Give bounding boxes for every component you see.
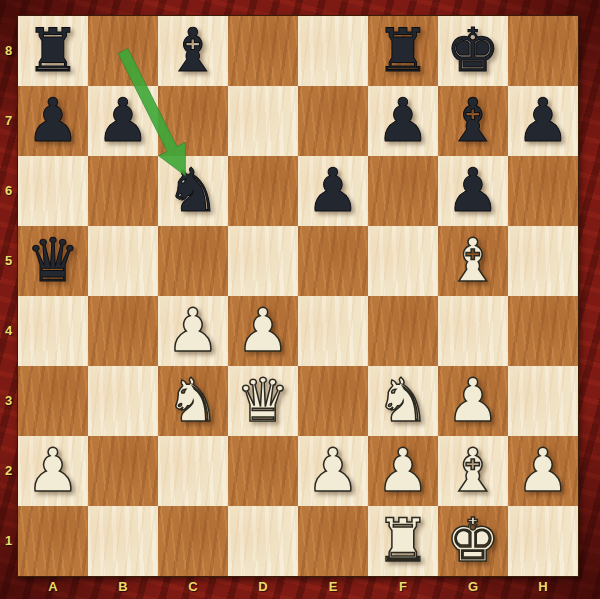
square-f6[interactable] (368, 156, 438, 226)
rank-label-6: 6 (0, 156, 17, 226)
square-f1[interactable]: ♜ (368, 506, 438, 576)
square-g8[interactable]: ♚ (438, 16, 508, 86)
square-c4[interactable]: ♟ (158, 296, 228, 366)
square-d6[interactable] (228, 156, 298, 226)
piece-white-rook[interactable]: ♜ (368, 506, 438, 576)
square-d2[interactable] (228, 436, 298, 506)
square-f4[interactable] (368, 296, 438, 366)
piece-black-pawn[interactable]: ♟ (18, 86, 88, 156)
square-e7[interactable] (298, 86, 368, 156)
square-c2[interactable] (158, 436, 228, 506)
piece-black-rook[interactable]: ♜ (18, 16, 88, 86)
piece-black-bishop[interactable]: ♝ (158, 16, 228, 86)
piece-black-queen[interactable]: ♛ (18, 226, 88, 296)
piece-white-king[interactable]: ♚ (438, 506, 508, 576)
rank-label-4: 4 (0, 296, 17, 366)
piece-white-knight[interactable]: ♞ (368, 366, 438, 436)
file-label-e: E (298, 577, 368, 599)
square-f3[interactable]: ♞ (368, 366, 438, 436)
square-g2[interactable]: ♝ (438, 436, 508, 506)
square-h5[interactable] (508, 226, 578, 296)
square-e1[interactable] (298, 506, 368, 576)
square-d7[interactable] (228, 86, 298, 156)
square-g6[interactable]: ♟ (438, 156, 508, 226)
square-g5[interactable]: ♝ (438, 226, 508, 296)
square-e4[interactable] (298, 296, 368, 366)
piece-white-pawn[interactable]: ♟ (438, 366, 508, 436)
rank-label-1: 1 (0, 506, 17, 576)
square-b4[interactable] (88, 296, 158, 366)
square-c7[interactable] (158, 86, 228, 156)
square-d1[interactable] (228, 506, 298, 576)
square-c1[interactable] (158, 506, 228, 576)
square-e5[interactable] (298, 226, 368, 296)
square-g4[interactable] (438, 296, 508, 366)
square-a2[interactable]: ♟ (18, 436, 88, 506)
rank-label-8: 8 (0, 16, 17, 86)
piece-white-bishop[interactable]: ♝ (438, 226, 508, 296)
file-label-h: H (508, 577, 578, 599)
square-a7[interactable]: ♟ (18, 86, 88, 156)
piece-white-queen[interactable]: ♛ (228, 366, 298, 436)
piece-black-pawn[interactable]: ♟ (508, 86, 578, 156)
piece-black-king[interactable]: ♚ (438, 16, 508, 86)
square-h1[interactable] (508, 506, 578, 576)
square-a5[interactable]: ♛ (18, 226, 88, 296)
square-a6[interactable] (18, 156, 88, 226)
square-f8[interactable]: ♜ (368, 16, 438, 86)
piece-black-rook[interactable]: ♜ (368, 16, 438, 86)
square-e8[interactable] (298, 16, 368, 86)
square-h3[interactable] (508, 366, 578, 436)
square-h8[interactable] (508, 16, 578, 86)
square-b1[interactable] (88, 506, 158, 576)
piece-black-pawn[interactable]: ♟ (368, 86, 438, 156)
piece-white-pawn[interactable]: ♟ (228, 296, 298, 366)
square-a8[interactable]: ♜ (18, 16, 88, 86)
square-h2[interactable]: ♟ (508, 436, 578, 506)
piece-black-pawn[interactable]: ♟ (298, 156, 368, 226)
square-h7[interactable]: ♟ (508, 86, 578, 156)
square-e6[interactable]: ♟ (298, 156, 368, 226)
rank-label-3: 3 (0, 366, 17, 436)
file-label-d: D (228, 577, 298, 599)
piece-black-pawn[interactable]: ♟ (438, 156, 508, 226)
square-b3[interactable] (88, 366, 158, 436)
square-b2[interactable] (88, 436, 158, 506)
piece-white-pawn[interactable]: ♟ (298, 436, 368, 506)
square-a3[interactable] (18, 366, 88, 436)
rank-label-2: 2 (0, 436, 17, 506)
file-label-b: B (88, 577, 158, 599)
board-frame: ♜♝♜♚♟♟♟♝♟♞♟♟♛♝♟♟♞♛♞♟♟♟♟♝♟♜♚ 87654321ABCD… (0, 0, 600, 599)
piece-black-pawn[interactable]: ♟ (88, 86, 158, 156)
square-f7[interactable]: ♟ (368, 86, 438, 156)
piece-black-knight[interactable]: ♞ (158, 156, 228, 226)
square-d3[interactable]: ♛ (228, 366, 298, 436)
square-b6[interactable] (88, 156, 158, 226)
square-e2[interactable]: ♟ (298, 436, 368, 506)
square-c8[interactable]: ♝ (158, 16, 228, 86)
rank-label-5: 5 (0, 226, 17, 296)
square-h4[interactable] (508, 296, 578, 366)
piece-white-knight[interactable]: ♞ (158, 366, 228, 436)
square-d4[interactable]: ♟ (228, 296, 298, 366)
square-b7[interactable]: ♟ (88, 86, 158, 156)
square-d5[interactable] (228, 226, 298, 296)
file-label-g: G (438, 577, 508, 599)
square-d8[interactable] (228, 16, 298, 86)
rank-label-7: 7 (0, 86, 17, 156)
square-b5[interactable] (88, 226, 158, 296)
piece-white-bishop[interactable]: ♝ (438, 436, 508, 506)
file-label-a: A (18, 577, 88, 599)
square-g3[interactable]: ♟ (438, 366, 508, 436)
square-c5[interactable] (158, 226, 228, 296)
square-b8[interactable] (88, 16, 158, 86)
square-h6[interactable] (508, 156, 578, 226)
square-a4[interactable] (18, 296, 88, 366)
square-g1[interactable]: ♚ (438, 506, 508, 576)
piece-white-pawn[interactable]: ♟ (158, 296, 228, 366)
file-label-f: F (368, 577, 438, 599)
square-f5[interactable] (368, 226, 438, 296)
piece-white-pawn[interactable]: ♟ (508, 436, 578, 506)
square-c3[interactable]: ♞ (158, 366, 228, 436)
square-c6[interactable]: ♞ (158, 156, 228, 226)
chess-board: ♜♝♜♚♟♟♟♝♟♞♟♟♛♝♟♟♞♛♞♟♟♟♟♝♟♜♚ (17, 15, 579, 577)
file-label-c: C (158, 577, 228, 599)
piece-white-pawn[interactable]: ♟ (368, 436, 438, 506)
square-e3[interactable] (298, 366, 368, 436)
square-g7[interactable]: ♝ (438, 86, 508, 156)
piece-white-pawn[interactable]: ♟ (18, 436, 88, 506)
square-a1[interactable] (18, 506, 88, 576)
square-f2[interactable]: ♟ (368, 436, 438, 506)
piece-black-bishop[interactable]: ♝ (438, 86, 508, 156)
